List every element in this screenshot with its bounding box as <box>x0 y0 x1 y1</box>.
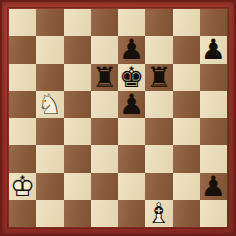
square-h7[interactable]: ♟ <box>200 36 227 63</box>
square-g7[interactable] <box>173 36 200 63</box>
square-d3[interactable] <box>91 145 118 172</box>
square-f7[interactable] <box>145 36 172 63</box>
piece-black-pawn-e7[interactable]: ♟ <box>118 36 145 63</box>
square-d6[interactable]: ♜ <box>91 64 118 91</box>
square-a2[interactable]: ♚♔ <box>9 173 36 200</box>
square-h2[interactable]: ♟ <box>200 173 227 200</box>
square-d1[interactable] <box>91 200 118 227</box>
square-f4[interactable] <box>145 118 172 145</box>
square-b3[interactable] <box>36 145 63 172</box>
chess-board: ♟♟♜♚♜♞♘♟♚♔♟♝♗ <box>8 8 228 228</box>
square-b4[interactable] <box>36 118 63 145</box>
square-c7[interactable] <box>64 36 91 63</box>
square-a3[interactable] <box>9 145 36 172</box>
piece-white-knight-b5[interactable]: ♞♘ <box>36 91 63 118</box>
square-a5[interactable] <box>9 91 36 118</box>
square-e2[interactable] <box>118 173 145 200</box>
square-b7[interactable] <box>36 36 63 63</box>
square-e4[interactable] <box>118 118 145 145</box>
square-e1[interactable] <box>118 200 145 227</box>
square-h5[interactable] <box>200 91 227 118</box>
square-e6[interactable]: ♚ <box>118 64 145 91</box>
square-a1[interactable] <box>9 200 36 227</box>
square-b6[interactable] <box>36 64 63 91</box>
square-f6[interactable]: ♜ <box>145 64 172 91</box>
square-f8[interactable] <box>145 9 172 36</box>
square-e8[interactable] <box>118 9 145 36</box>
square-h3[interactable] <box>200 145 227 172</box>
square-g5[interactable] <box>173 91 200 118</box>
square-b8[interactable] <box>36 9 63 36</box>
square-g2[interactable] <box>173 173 200 200</box>
square-b1[interactable] <box>36 200 63 227</box>
square-g1[interactable] <box>173 200 200 227</box>
square-f1[interactable]: ♝♗ <box>145 200 172 227</box>
square-c8[interactable] <box>64 9 91 36</box>
square-c1[interactable] <box>64 200 91 227</box>
piece-black-king-e6[interactable]: ♚ <box>118 64 145 91</box>
square-d2[interactable] <box>91 173 118 200</box>
chess-board-frame: ♟♟♜♚♜♞♘♟♚♔♟♝♗ <box>0 0 236 236</box>
square-e5[interactable]: ♟ <box>118 91 145 118</box>
square-a7[interactable] <box>9 36 36 63</box>
square-h4[interactable] <box>200 118 227 145</box>
square-h8[interactable] <box>200 9 227 36</box>
square-g3[interactable] <box>173 145 200 172</box>
piece-black-pawn-e5[interactable]: ♟ <box>118 91 145 118</box>
square-e7[interactable]: ♟ <box>118 36 145 63</box>
piece-black-pawn-h2[interactable]: ♟ <box>200 173 227 200</box>
square-c5[interactable] <box>64 91 91 118</box>
square-c6[interactable] <box>64 64 91 91</box>
piece-white-bishop-f1[interactable]: ♝♗ <box>145 200 172 227</box>
square-b2[interactable] <box>36 173 63 200</box>
square-c4[interactable] <box>64 118 91 145</box>
piece-black-rook-f6[interactable]: ♜ <box>145 64 172 91</box>
square-f5[interactable] <box>145 91 172 118</box>
piece-white-king-a2[interactable]: ♚♔ <box>9 173 36 200</box>
piece-outline: ♔ <box>10 173 35 200</box>
square-b5[interactable]: ♞♘ <box>36 91 63 118</box>
square-g8[interactable] <box>173 9 200 36</box>
square-g4[interactable] <box>173 118 200 145</box>
square-e3[interactable] <box>118 145 145 172</box>
square-c3[interactable] <box>64 145 91 172</box>
piece-black-rook-d6[interactable]: ♜ <box>91 64 118 91</box>
square-a4[interactable] <box>9 118 36 145</box>
square-f2[interactable] <box>145 173 172 200</box>
square-h6[interactable] <box>200 64 227 91</box>
square-d8[interactable] <box>91 9 118 36</box>
square-f3[interactable] <box>145 145 172 172</box>
square-h1[interactable] <box>200 200 227 227</box>
square-d7[interactable] <box>91 36 118 63</box>
square-g6[interactable] <box>173 64 200 91</box>
square-c2[interactable] <box>64 173 91 200</box>
square-d4[interactable] <box>91 118 118 145</box>
piece-outline: ♗ <box>146 200 171 227</box>
square-d5[interactable] <box>91 91 118 118</box>
piece-outline: ♘ <box>37 91 62 118</box>
square-a8[interactable] <box>9 9 36 36</box>
square-a6[interactable] <box>9 64 36 91</box>
piece-black-pawn-h7[interactable]: ♟ <box>200 36 227 63</box>
